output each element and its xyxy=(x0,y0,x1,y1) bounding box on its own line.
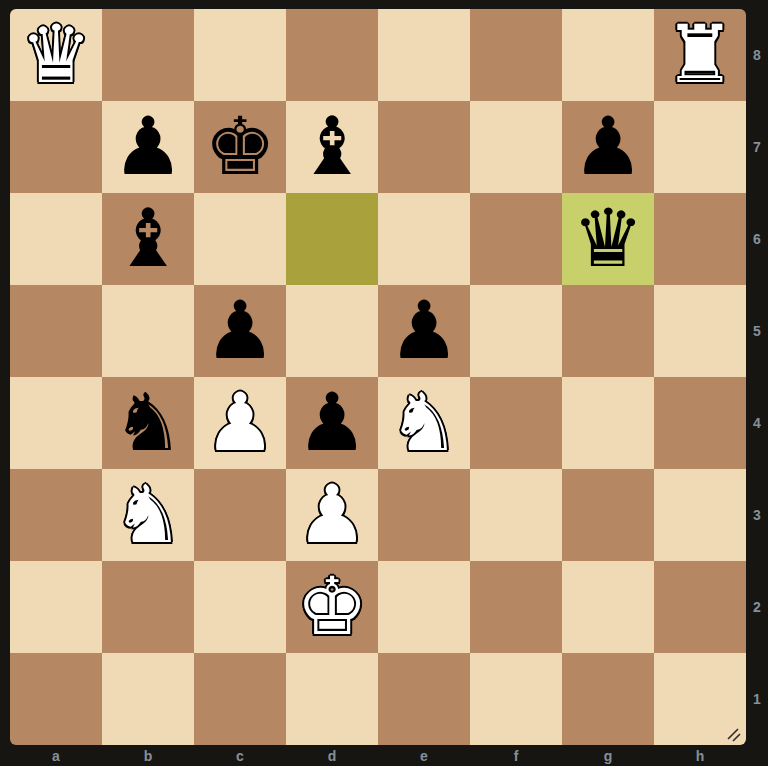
square-g6[interactable]: ♛ xyxy=(562,193,654,285)
square-c3[interactable] xyxy=(194,469,286,561)
file-label-c: c xyxy=(194,747,286,765)
square-d3[interactable]: ♟ xyxy=(286,469,378,561)
square-b1[interactable] xyxy=(102,653,194,745)
rank-label-6: 6 xyxy=(748,193,766,285)
square-e3[interactable] xyxy=(378,469,470,561)
rank-label-8: 8 xyxy=(748,9,766,101)
white-knight-piece[interactable]: ♞ xyxy=(388,377,460,469)
black-pawn-piece[interactable]: ♟ xyxy=(572,101,644,193)
rank-label-4: 4 xyxy=(748,377,766,469)
square-f2[interactable] xyxy=(470,561,562,653)
white-knight-piece[interactable]: ♞ xyxy=(112,469,184,561)
chess-board[interactable]: ♛♜♟♚♝♟♝♛♟♟♞♟♟♞♞♟♚ xyxy=(10,9,746,745)
square-c8[interactable] xyxy=(194,9,286,101)
rank-label-5: 5 xyxy=(748,285,766,377)
black-pawn-piece[interactable]: ♟ xyxy=(388,285,460,377)
square-e5[interactable]: ♟ xyxy=(378,285,470,377)
square-d1[interactable] xyxy=(286,653,378,745)
white-pawn-piece[interactable]: ♟ xyxy=(204,377,276,469)
square-d2[interactable]: ♚ xyxy=(286,561,378,653)
square-c7[interactable]: ♚ xyxy=(194,101,286,193)
square-f6[interactable] xyxy=(470,193,562,285)
file-label-g: g xyxy=(562,747,654,765)
square-f5[interactable] xyxy=(470,285,562,377)
square-h4[interactable] xyxy=(654,377,746,469)
white-queen-piece[interactable]: ♛ xyxy=(20,9,92,101)
square-g7[interactable]: ♟ xyxy=(562,101,654,193)
square-a3[interactable] xyxy=(10,469,102,561)
file-coordinates: abcdefgh xyxy=(10,747,746,765)
file-label-d: d xyxy=(286,747,378,765)
square-e4[interactable]: ♞ xyxy=(378,377,470,469)
square-a8[interactable]: ♛ xyxy=(10,9,102,101)
square-e8[interactable] xyxy=(378,9,470,101)
white-king-piece[interactable]: ♚ xyxy=(296,561,368,653)
rank-coordinates: 87654321 xyxy=(748,9,766,745)
file-label-a: a xyxy=(10,747,102,765)
rank-label-1: 1 xyxy=(748,653,766,745)
square-b8[interactable] xyxy=(102,9,194,101)
file-label-h: h xyxy=(654,747,746,765)
square-f7[interactable] xyxy=(470,101,562,193)
square-b4[interactable]: ♞ xyxy=(102,377,194,469)
white-rook-piece[interactable]: ♜ xyxy=(664,9,736,101)
board-resize-handle[interactable] xyxy=(725,726,743,744)
square-h2[interactable] xyxy=(654,561,746,653)
black-queen-piece[interactable]: ♛ xyxy=(572,193,644,285)
square-b2[interactable] xyxy=(102,561,194,653)
square-d5[interactable] xyxy=(286,285,378,377)
black-pawn-piece[interactable]: ♟ xyxy=(204,285,276,377)
black-pawn-piece[interactable]: ♟ xyxy=(296,377,368,469)
square-g1[interactable] xyxy=(562,653,654,745)
file-label-e: e xyxy=(378,747,470,765)
square-c6[interactable] xyxy=(194,193,286,285)
black-pawn-piece[interactable]: ♟ xyxy=(112,101,184,193)
square-g2[interactable] xyxy=(562,561,654,653)
square-f4[interactable] xyxy=(470,377,562,469)
square-e6[interactable] xyxy=(378,193,470,285)
square-b5[interactable] xyxy=(102,285,194,377)
square-h8[interactable]: ♜ xyxy=(654,9,746,101)
square-h5[interactable] xyxy=(654,285,746,377)
square-d8[interactable] xyxy=(286,9,378,101)
square-b7[interactable]: ♟ xyxy=(102,101,194,193)
square-e2[interactable] xyxy=(378,561,470,653)
resize-icon xyxy=(725,726,743,744)
square-e1[interactable] xyxy=(378,653,470,745)
square-g4[interactable] xyxy=(562,377,654,469)
square-e7[interactable] xyxy=(378,101,470,193)
square-g3[interactable] xyxy=(562,469,654,561)
square-f8[interactable] xyxy=(470,9,562,101)
file-label-f: f xyxy=(470,747,562,765)
page-background: { "game": "chess", "position": { "fen": … xyxy=(0,0,768,766)
square-a2[interactable] xyxy=(10,561,102,653)
square-d4[interactable]: ♟ xyxy=(286,377,378,469)
square-d7[interactable]: ♝ xyxy=(286,101,378,193)
square-h3[interactable] xyxy=(654,469,746,561)
square-a5[interactable] xyxy=(10,285,102,377)
square-c4[interactable]: ♟ xyxy=(194,377,286,469)
rank-label-7: 7 xyxy=(748,101,766,193)
square-f1[interactable] xyxy=(470,653,562,745)
file-label-b: b xyxy=(102,747,194,765)
square-g5[interactable] xyxy=(562,285,654,377)
square-c1[interactable] xyxy=(194,653,286,745)
square-f3[interactable] xyxy=(470,469,562,561)
square-a4[interactable] xyxy=(10,377,102,469)
rank-label-3: 3 xyxy=(748,469,766,561)
white-pawn-piece[interactable]: ♟ xyxy=(296,469,368,561)
square-a6[interactable] xyxy=(10,193,102,285)
black-knight-piece[interactable]: ♞ xyxy=(112,377,184,469)
black-bishop-piece[interactable]: ♝ xyxy=(112,193,184,285)
black-king-piece[interactable]: ♚ xyxy=(204,101,276,193)
rank-label-2: 2 xyxy=(748,561,766,653)
square-a1[interactable] xyxy=(10,653,102,745)
square-g8[interactable] xyxy=(562,9,654,101)
square-c2[interactable] xyxy=(194,561,286,653)
square-d6[interactable] xyxy=(286,193,378,285)
square-b6[interactable]: ♝ xyxy=(102,193,194,285)
square-b3[interactable]: ♞ xyxy=(102,469,194,561)
square-a7[interactable] xyxy=(10,101,102,193)
square-h6[interactable] xyxy=(654,193,746,285)
black-bishop-piece[interactable]: ♝ xyxy=(296,101,368,193)
square-h7[interactable] xyxy=(654,101,746,193)
square-c5[interactable]: ♟ xyxy=(194,285,286,377)
